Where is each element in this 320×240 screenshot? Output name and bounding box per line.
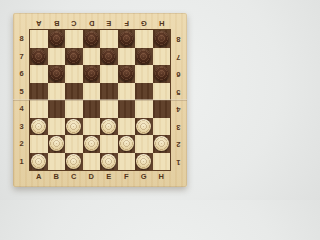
square-d8[interactable] — [83, 30, 101, 48]
light-checker-e1[interactable] — [101, 154, 116, 169]
coordinate-label: A — [30, 173, 48, 184]
coordinate-label: 5 — [173, 83, 184, 101]
coordinate-label: 2 — [16, 135, 27, 153]
square-g4[interactable] — [135, 100, 153, 118]
square-f5[interactable] — [118, 83, 136, 101]
square-b8[interactable] — [48, 30, 66, 48]
coordinate-label: F — [118, 173, 136, 184]
square-g6[interactable] — [135, 65, 153, 83]
square-f2[interactable] — [118, 135, 136, 153]
square-h4[interactable] — [153, 100, 171, 118]
square-d5[interactable] — [83, 83, 101, 101]
square-e7[interactable] — [100, 48, 118, 66]
square-h8[interactable] — [153, 30, 171, 48]
square-a6[interactable] — [30, 65, 48, 83]
square-h1[interactable] — [153, 153, 171, 171]
square-c3[interactable] — [65, 118, 83, 136]
coordinate-label: B — [48, 16, 66, 27]
square-d4[interactable] — [83, 100, 101, 118]
dark-checker-g7[interactable] — [136, 49, 151, 64]
rank-labels-right: 87654321 — [173, 30, 184, 170]
square-d3[interactable] — [83, 118, 101, 136]
coordinate-label: G — [135, 16, 153, 27]
coordinate-label: C — [65, 16, 83, 27]
coordinate-label: 1 — [173, 153, 184, 171]
square-h7[interactable] — [153, 48, 171, 66]
file-labels-top: ABCDEFGH — [30, 16, 170, 27]
coordinate-label: 8 — [16, 30, 27, 48]
square-f8[interactable] — [118, 30, 136, 48]
square-e3[interactable] — [100, 118, 118, 136]
square-f1[interactable] — [118, 153, 136, 171]
coordinate-label: 8 — [173, 30, 184, 48]
scene: ABCDEFGH ABCDEFGH 87654321 87654321 — [0, 0, 200, 200]
square-c2[interactable] — [65, 135, 83, 153]
light-checker-c3[interactable] — [66, 119, 81, 134]
square-b2[interactable] — [48, 135, 66, 153]
light-checker-a1[interactable] — [31, 154, 46, 169]
light-checker-h2[interactable] — [154, 136, 169, 151]
light-checker-c1[interactable] — [66, 154, 81, 169]
dark-checker-b8[interactable] — [49, 31, 64, 46]
square-a4[interactable] — [30, 100, 48, 118]
square-b1[interactable] — [48, 153, 66, 171]
square-e6[interactable] — [100, 65, 118, 83]
coordinate-label: E — [100, 173, 118, 184]
coordinate-label: 3 — [173, 118, 184, 136]
square-b7[interactable] — [48, 48, 66, 66]
square-e1[interactable] — [100, 153, 118, 171]
square-e2[interactable] — [100, 135, 118, 153]
coordinate-label: D — [83, 173, 101, 184]
square-g3[interactable] — [135, 118, 153, 136]
coordinate-label: H — [153, 16, 171, 27]
square-f6[interactable] — [118, 65, 136, 83]
coordinate-label: D — [83, 16, 101, 27]
dark-checker-f6[interactable] — [119, 66, 134, 81]
square-d7[interactable] — [83, 48, 101, 66]
dark-checker-f8[interactable] — [119, 31, 134, 46]
square-c7[interactable] — [65, 48, 83, 66]
square-h3[interactable] — [153, 118, 171, 136]
square-a5[interactable] — [30, 83, 48, 101]
square-d2[interactable] — [83, 135, 101, 153]
square-c8[interactable] — [65, 30, 83, 48]
square-a8[interactable] — [30, 30, 48, 48]
dark-checker-c7[interactable] — [66, 49, 81, 64]
light-checker-d2[interactable] — [84, 136, 99, 151]
square-a2[interactable] — [30, 135, 48, 153]
coordinate-label: A — [30, 16, 48, 27]
dark-checker-d8[interactable] — [84, 31, 99, 46]
square-b3[interactable] — [48, 118, 66, 136]
coordinate-label: B — [48, 173, 66, 184]
coordinate-label: 7 — [16, 48, 27, 66]
coordinate-label: E — [100, 16, 118, 27]
square-d6[interactable] — [83, 65, 101, 83]
coordinate-label: 4 — [173, 100, 184, 118]
light-checker-a3[interactable] — [31, 119, 46, 134]
square-h6[interactable] — [153, 65, 171, 83]
square-c6[interactable] — [65, 65, 83, 83]
coordinate-label: 4 — [16, 100, 27, 118]
coordinate-label: 2 — [173, 135, 184, 153]
coordinate-label: 1 — [16, 153, 27, 171]
rank-labels-left: 87654321 — [16, 30, 27, 170]
square-b4[interactable] — [48, 100, 66, 118]
coordinate-label: 5 — [16, 83, 27, 101]
square-f3[interactable] — [118, 118, 136, 136]
light-checker-b2[interactable] — [49, 136, 64, 151]
light-checker-g3[interactable] — [136, 119, 151, 134]
square-g8[interactable] — [135, 30, 153, 48]
square-g1[interactable] — [135, 153, 153, 171]
square-a7[interactable] — [30, 48, 48, 66]
dark-checker-d6[interactable] — [84, 66, 99, 81]
dark-checker-h6[interactable] — [154, 66, 169, 81]
square-g2[interactable] — [135, 135, 153, 153]
dark-checker-e7[interactable] — [101, 49, 116, 64]
square-a1[interactable] — [30, 153, 48, 171]
coordinate-label: 3 — [16, 118, 27, 136]
square-a3[interactable] — [30, 118, 48, 136]
coordinate-label: G — [135, 173, 153, 184]
coordinate-label: 6 — [16, 65, 27, 83]
coordinate-label: F — [118, 16, 136, 27]
light-checker-g1[interactable] — [136, 154, 151, 169]
checkers-board: ABCDEFGH ABCDEFGH 87654321 87654321 — [13, 13, 187, 187]
square-f7[interactable] — [118, 48, 136, 66]
dark-checker-h8[interactable] — [154, 31, 169, 46]
square-e4[interactable] — [100, 100, 118, 118]
square-d1[interactable] — [83, 153, 101, 171]
square-e8[interactable] — [100, 30, 118, 48]
board-grid — [29, 29, 171, 171]
dark-checker-a7[interactable] — [31, 49, 46, 64]
square-b6[interactable] — [48, 65, 66, 83]
square-c1[interactable] — [65, 153, 83, 171]
light-checker-f2[interactable] — [119, 136, 134, 151]
square-g7[interactable] — [135, 48, 153, 66]
coordinate-label: H — [153, 173, 171, 184]
coordinate-label: 6 — [173, 65, 184, 83]
square-e5[interactable] — [100, 83, 118, 101]
coordinate-label: C — [65, 173, 83, 184]
square-c4[interactable] — [65, 100, 83, 118]
square-f4[interactable] — [118, 100, 136, 118]
square-g5[interactable] — [135, 83, 153, 101]
file-labels-bottom: ABCDEFGH — [30, 173, 170, 184]
square-h2[interactable] — [153, 135, 171, 153]
square-c5[interactable] — [65, 83, 83, 101]
coordinate-label: 7 — [173, 48, 184, 66]
square-b5[interactable] — [48, 83, 66, 101]
light-checker-e3[interactable] — [101, 119, 116, 134]
dark-checker-b6[interactable] — [49, 66, 64, 81]
square-h5[interactable] — [153, 83, 171, 101]
